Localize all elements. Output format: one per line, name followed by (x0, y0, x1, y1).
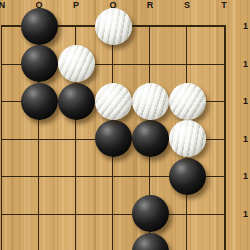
stone-black-P17[interactable] (58, 83, 95, 120)
stone-black-S15[interactable] (169, 158, 206, 195)
stone-black-R14[interactable] (132, 195, 169, 232)
grid-cell (2, 140, 39, 178)
column-label-R: R (143, 0, 157, 11)
row-label-14: 1 (243, 209, 250, 219)
column-label-P: P (69, 0, 83, 11)
stone-white-R17[interactable] (132, 83, 169, 120)
column-label-N: N (0, 0, 9, 11)
stone-white-Q17[interactable] (95, 83, 132, 120)
row-label-16: 1 (243, 134, 250, 144)
grid-cell (2, 177, 39, 215)
grid-cell (150, 27, 187, 65)
row-label-19: 1 (243, 21, 250, 31)
stone-white-S17[interactable] (169, 83, 206, 120)
grid-cell (187, 27, 224, 65)
grid-cell (76, 215, 113, 250)
column-label-T: T (217, 0, 231, 11)
row-label-15: 1 (243, 171, 250, 181)
grid-cell (39, 140, 76, 178)
grid-cell (2, 215, 39, 250)
go-app: NOPQRST 111111 (0, 0, 250, 250)
go-board[interactable]: NOPQRST 111111 (0, 0, 250, 250)
stone-black-Q16[interactable] (95, 120, 132, 157)
stone-black-O19[interactable] (21, 8, 58, 45)
grid-cell (187, 215, 224, 250)
row-label-18: 1 (243, 59, 250, 69)
grid-cell (39, 215, 76, 250)
stone-white-S16[interactable] (169, 120, 206, 157)
row-label-17: 1 (243, 96, 250, 106)
grid-cell (39, 177, 76, 215)
stone-white-P18[interactable] (58, 45, 95, 82)
stone-black-R16[interactable] (132, 120, 169, 157)
stone-black-O17[interactable] (21, 83, 58, 120)
column-label-S: S (180, 0, 194, 11)
stone-white-Q19[interactable] (95, 8, 132, 45)
grid-cell (76, 177, 113, 215)
stone-black-O18[interactable] (21, 45, 58, 82)
